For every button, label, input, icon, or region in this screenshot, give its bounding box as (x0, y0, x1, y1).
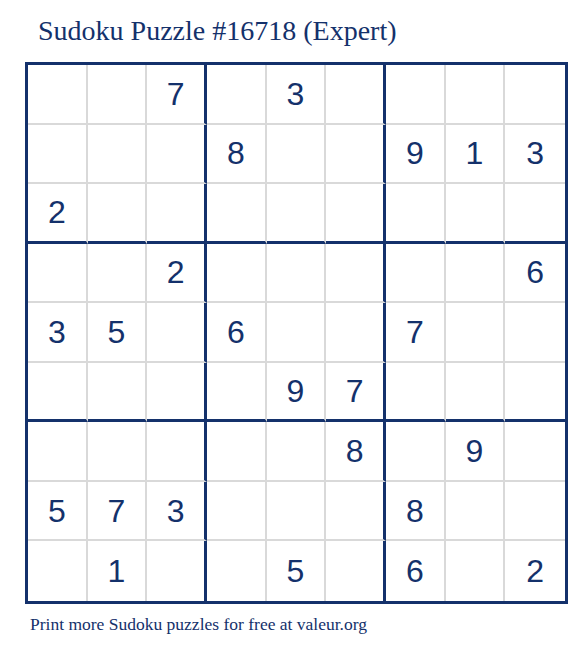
cell-r7c8[interactable]: 9 (446, 422, 506, 482)
cell-r6c2[interactable] (88, 363, 148, 423)
cell-r7c9[interactable] (505, 422, 565, 482)
cell-r1c7[interactable] (386, 65, 446, 125)
cell-r9c3[interactable] (147, 541, 207, 601)
cell-r6c5[interactable]: 9 (267, 363, 327, 423)
cell-r6c7[interactable] (386, 363, 446, 423)
cell-r1c2[interactable] (88, 65, 148, 125)
cell-r4c6[interactable] (326, 244, 386, 304)
cell-r1c1[interactable] (28, 65, 88, 125)
cell-r5c7[interactable]: 7 (386, 303, 446, 363)
cell-r7c2[interactable] (88, 422, 148, 482)
cell-r2c7[interactable]: 9 (386, 125, 446, 185)
cell-r2c4[interactable]: 8 (207, 125, 267, 185)
cell-r2c9[interactable]: 3 (505, 125, 565, 185)
cell-r1c6[interactable] (326, 65, 386, 125)
page-title: Sudoku Puzzle #16718 (Expert) (38, 15, 397, 47)
cell-r3c6[interactable] (326, 184, 386, 244)
cell-r6c3[interactable] (147, 363, 207, 423)
cell-r8c3[interactable]: 3 (147, 482, 207, 542)
cell-r5c9[interactable] (505, 303, 565, 363)
cell-r8c1[interactable]: 5 (28, 482, 88, 542)
cell-r6c9[interactable] (505, 363, 565, 423)
cell-r4c9[interactable]: 6 (505, 244, 565, 304)
cell-r3c8[interactable] (446, 184, 506, 244)
cell-r9c7[interactable]: 6 (386, 541, 446, 601)
cell-r9c4[interactable] (207, 541, 267, 601)
cell-r5c2[interactable]: 5 (88, 303, 148, 363)
cell-r2c6[interactable] (326, 125, 386, 185)
cell-r9c8[interactable] (446, 541, 506, 601)
cell-r9c2[interactable]: 1 (88, 541, 148, 601)
cell-r7c6[interactable]: 8 (326, 422, 386, 482)
cell-r5c6[interactable] (326, 303, 386, 363)
cell-r1c9[interactable] (505, 65, 565, 125)
cell-r3c1[interactable]: 2 (28, 184, 88, 244)
cell-r8c2[interactable]: 7 (88, 482, 148, 542)
cell-r3c4[interactable] (207, 184, 267, 244)
cell-r4c7[interactable] (386, 244, 446, 304)
cell-r6c6[interactable]: 7 (326, 363, 386, 423)
cell-r7c5[interactable] (267, 422, 327, 482)
cell-r3c2[interactable] (88, 184, 148, 244)
cell-r1c4[interactable] (207, 65, 267, 125)
cell-r2c5[interactable] (267, 125, 327, 185)
cell-r4c4[interactable] (207, 244, 267, 304)
cell-r9c1[interactable] (28, 541, 88, 601)
cell-r4c5[interactable] (267, 244, 327, 304)
cell-r3c9[interactable] (505, 184, 565, 244)
cell-r3c7[interactable] (386, 184, 446, 244)
cell-r5c4[interactable]: 6 (207, 303, 267, 363)
cell-r7c4[interactable] (207, 422, 267, 482)
cell-r5c5[interactable] (267, 303, 327, 363)
sudoku-grid: 7389132263567978957381562 (25, 62, 568, 604)
cell-r3c3[interactable] (147, 184, 207, 244)
cell-r6c1[interactable] (28, 363, 88, 423)
cell-r7c1[interactable] (28, 422, 88, 482)
cell-r5c8[interactable] (446, 303, 506, 363)
cell-r5c1[interactable]: 3 (28, 303, 88, 363)
cell-r8c6[interactable] (326, 482, 386, 542)
cell-r7c7[interactable] (386, 422, 446, 482)
cell-r8c4[interactable] (207, 482, 267, 542)
cell-r4c1[interactable] (28, 244, 88, 304)
cell-r8c7[interactable]: 8 (386, 482, 446, 542)
cell-r8c8[interactable] (446, 482, 506, 542)
cell-r2c8[interactable]: 1 (446, 125, 506, 185)
cell-r1c3[interactable]: 7 (147, 65, 207, 125)
cell-r8c5[interactable] (267, 482, 327, 542)
cell-r1c8[interactable] (446, 65, 506, 125)
page: Sudoku Puzzle #16718 (Expert) 7389132263… (0, 0, 580, 651)
cell-r2c2[interactable] (88, 125, 148, 185)
cell-r3c5[interactable] (267, 184, 327, 244)
cell-r4c3[interactable]: 2 (147, 244, 207, 304)
cell-r9c9[interactable]: 2 (505, 541, 565, 601)
cell-r4c8[interactable] (446, 244, 506, 304)
cell-r1c5[interactable]: 3 (267, 65, 327, 125)
cell-r7c3[interactable] (147, 422, 207, 482)
cell-r8c9[interactable] (505, 482, 565, 542)
cell-r6c8[interactable] (446, 363, 506, 423)
cell-r5c3[interactable] (147, 303, 207, 363)
footer-text: Print more Sudoku puzzles for free at va… (30, 614, 367, 635)
cell-r9c5[interactable]: 5 (267, 541, 327, 601)
cell-r2c3[interactable] (147, 125, 207, 185)
cell-r9c6[interactable] (326, 541, 386, 601)
cell-r6c4[interactable] (207, 363, 267, 423)
cell-r2c1[interactable] (28, 125, 88, 185)
cell-r4c2[interactable] (88, 244, 148, 304)
